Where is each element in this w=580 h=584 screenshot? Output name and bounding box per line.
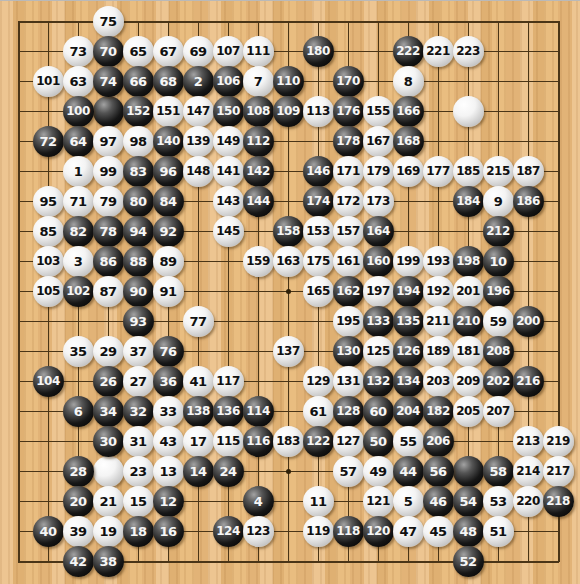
black-stone-move-170[interactable]: 170 [333,66,364,97]
white-stone-move-139[interactable]: 139 [183,126,214,157]
white-stone-move-213[interactable]: 213 [513,426,544,457]
black-stone-move-6[interactable]: 6 [63,396,94,427]
white-stone-move-23[interactable]: 23 [123,456,154,487]
black-stone-move-198[interactable]: 198 [453,246,484,277]
white-stone-move-149[interactable]: 149 [213,126,244,157]
black-stone-move-52[interactable]: 52 [453,546,484,577]
black-stone-move-186[interactable]: 186 [513,186,544,217]
black-stone-move-4[interactable]: 4 [243,486,274,517]
white-stone-move-9[interactable]: 9 [483,186,514,217]
white-stone-move-103[interactable]: 103 [33,246,64,277]
white-stone-move-39[interactable]: 39 [63,516,94,547]
black-stone-move-110[interactable]: 110 [273,66,304,97]
white-stone-move-73[interactable]: 73 [63,36,94,67]
black-stone-move-10[interactable]: 10 [483,246,514,277]
white-stone-move-197[interactable]: 197 [363,276,394,307]
white-stone-move-75[interactable]: 75 [93,6,124,37]
black-stone-move-2[interactable]: 2 [183,66,214,97]
black-stone-move-80[interactable]: 80 [123,186,154,217]
white-stone-move-121[interactable]: 121 [363,486,394,517]
black-stone-move-83[interactable]: 83 [123,156,154,187]
black-stone-move-54[interactable]: 54 [453,486,484,517]
white-stone-move-137[interactable]: 137 [273,336,304,367]
white-stone-move-99[interactable]: 99 [93,156,124,187]
black-stone-move-180[interactable]: 180 [303,36,334,67]
white-stone-move-95[interactable]: 95 [33,186,64,217]
white-stone-move-143[interactable]: 143 [213,186,244,217]
white-stone-move-223[interactable]: 223 [453,36,484,67]
black-stone-move-194[interactable]: 194 [393,276,424,307]
black-stone-move-40[interactable]: 40 [33,516,64,547]
black-stone-move-138[interactable]: 138 [183,396,214,427]
white-stone-move-217[interactable]: 217 [543,456,574,487]
white-stone-move-115[interactable]: 115 [213,426,244,457]
white-stone-move-220[interactable]: 220 [513,486,544,517]
white-stone-move-59[interactable]: 59 [483,306,514,337]
white-stone-move-55[interactable]: 55 [393,426,424,457]
black-stone-move-124[interactable]: 124 [213,516,244,547]
white-stone-move-192[interactable]: 192 [423,276,454,307]
black-stone-move-72[interactable]: 72 [33,126,64,157]
black-stone-move-128[interactable]: 128 [333,396,364,427]
black-stone-move-146[interactable]: 146 [303,156,334,187]
white-stone-move-153[interactable]: 153 [303,216,334,247]
black-stone-move-118[interactable]: 118 [333,516,364,547]
black-stone-move-108[interactable]: 108 [243,96,274,127]
black-stone-setup[interactable] [453,456,484,487]
black-stone-move-14[interactable]: 14 [183,456,214,487]
white-stone-move-33[interactable]: 33 [153,396,184,427]
white-stone-move-113[interactable]: 113 [303,96,334,127]
go-board-screenshot: 7573706567691071111802222212231016374666… [0,0,580,584]
white-stone-move-3[interactable]: 3 [63,246,94,277]
black-stone-move-200[interactable]: 200 [513,306,544,337]
white-stone-move-181[interactable]: 181 [453,336,484,367]
white-stone-move-189[interactable]: 189 [423,336,454,367]
black-stone-move-212[interactable]: 212 [483,216,514,247]
white-stone-move-53[interactable]: 53 [483,486,514,517]
white-stone-move-155[interactable]: 155 [363,96,394,127]
white-stone-move-141[interactable]: 141 [213,156,244,187]
white-stone-move-187[interactable]: 187 [513,156,544,187]
white-stone-move-97[interactable]: 97 [93,126,124,157]
black-stone-move-38[interactable]: 38 [93,546,124,577]
star-point [286,469,291,474]
white-stone-move-71[interactable]: 71 [63,186,94,217]
white-stone-move-29[interactable]: 29 [93,336,124,367]
black-stone-move-100[interactable]: 100 [63,96,94,127]
white-stone-move-165[interactable]: 165 [303,276,334,307]
white-stone-move-205[interactable]: 205 [453,396,484,427]
white-stone-move-13[interactable]: 13 [153,456,184,487]
white-stone-move-91[interactable]: 91 [153,276,184,307]
white-stone-move-85[interactable]: 85 [33,216,64,247]
white-stone-move-69[interactable]: 69 [183,36,214,67]
black-stone-move-114[interactable]: 114 [243,396,274,427]
black-stone-move-178[interactable]: 178 [333,126,364,157]
black-stone-move-48[interactable]: 48 [453,516,484,547]
white-stone-move-35[interactable]: 35 [63,336,94,367]
black-stone-move-76[interactable]: 76 [153,336,184,367]
white-stone-move-183[interactable]: 183 [273,426,304,457]
white-stone-move-171[interactable]: 171 [333,156,364,187]
black-stone-move-42[interactable]: 42 [63,546,94,577]
black-stone-move-122[interactable]: 122 [303,426,334,457]
black-stone-move-196[interactable]: 196 [483,276,514,307]
black-stone-move-222[interactable]: 222 [393,36,424,67]
white-stone-setup[interactable] [93,456,124,487]
white-stone-move-67[interactable]: 67 [153,36,184,67]
black-stone-move-36[interactable]: 36 [153,366,184,397]
black-stone-move-135[interactable]: 135 [393,306,424,337]
white-stone-move-89[interactable]: 89 [153,246,184,277]
white-stone-move-161[interactable]: 161 [333,246,364,277]
white-stone-move-195[interactable]: 195 [333,306,364,337]
black-stone-move-152[interactable]: 152 [123,96,154,127]
white-stone-move-169[interactable]: 169 [393,156,424,187]
black-stone-move-78[interactable]: 78 [93,216,124,247]
black-stone-setup[interactable] [93,96,124,127]
black-stone-move-88[interactable]: 88 [123,246,154,277]
white-stone-move-49[interactable]: 49 [363,456,394,487]
black-stone-move-206[interactable]: 206 [423,426,454,457]
white-stone-move-203[interactable]: 203 [423,366,454,397]
white-stone-move-211[interactable]: 211 [423,306,454,337]
white-stone-move-11[interactable]: 11 [303,486,334,517]
black-stone-move-109[interactable]: 109 [273,96,304,127]
black-stone-move-208[interactable]: 208 [483,336,514,367]
white-stone-move-87[interactable]: 87 [93,276,124,307]
white-stone-move-172[interactable]: 172 [333,186,364,217]
black-stone-move-58[interactable]: 58 [483,456,514,487]
black-stone-move-116[interactable]: 116 [243,426,274,457]
black-stone-move-50[interactable]: 50 [363,426,394,457]
white-stone-move-207[interactable]: 207 [483,396,514,427]
black-stone-move-20[interactable]: 20 [63,486,94,517]
black-stone-move-60[interactable]: 60 [363,396,394,427]
white-stone-move-21[interactable]: 21 [93,486,124,517]
black-stone-move-16[interactable]: 16 [153,516,184,547]
black-stone-move-168[interactable]: 168 [393,126,424,157]
white-stone-move-5[interactable]: 5 [393,486,424,517]
white-stone-move-27[interactable]: 27 [123,366,154,397]
black-stone-move-132[interactable]: 132 [363,366,394,397]
black-stone-move-94[interactable]: 94 [123,216,154,247]
white-stone-move-47[interactable]: 47 [393,516,424,547]
black-stone-move-104[interactable]: 104 [33,366,64,397]
black-stone-move-176[interactable]: 176 [333,96,364,127]
white-stone-move-123[interactable]: 123 [243,516,274,547]
white-stone-move-7[interactable]: 7 [243,66,274,97]
white-stone-move-193[interactable]: 193 [423,246,454,277]
white-stone-move-17[interactable]: 17 [183,426,214,457]
black-stone-move-86[interactable]: 86 [93,246,124,277]
black-stone-move-164[interactable]: 164 [363,216,394,247]
black-stone-move-26[interactable]: 26 [93,366,124,397]
black-stone-move-142[interactable]: 142 [243,156,274,187]
white-stone-move-219[interactable]: 219 [543,426,574,457]
white-stone-move-119[interactable]: 119 [303,516,334,547]
white-stone-move-131[interactable]: 131 [333,366,364,397]
white-stone-move-43[interactable]: 43 [153,426,184,457]
black-stone-move-90[interactable]: 90 [123,276,154,307]
white-stone-move-173[interactable]: 173 [363,186,394,217]
white-stone-move-15[interactable]: 15 [123,486,154,517]
black-stone-move-166[interactable]: 166 [393,96,424,127]
white-stone-move-8[interactable]: 8 [393,66,424,97]
white-stone-move-111[interactable]: 111 [243,36,274,67]
black-stone-move-144[interactable]: 144 [243,186,274,217]
white-stone-move-179[interactable]: 179 [363,156,394,187]
white-stone-move-145[interactable]: 145 [213,216,244,247]
white-stone-move-177[interactable]: 177 [423,156,454,187]
black-stone-move-218[interactable]: 218 [543,486,574,517]
black-stone-move-92[interactable]: 92 [153,216,184,247]
white-stone-move-98[interactable]: 98 [123,126,154,157]
white-stone-move-1[interactable]: 1 [63,156,94,187]
white-stone-move-105[interactable]: 105 [33,276,64,307]
black-stone-move-162[interactable]: 162 [333,276,364,307]
white-stone-move-147[interactable]: 147 [183,96,214,127]
black-stone-move-106[interactable]: 106 [213,66,244,97]
white-stone-move-125[interactable]: 125 [363,336,394,367]
white-stone-move-175[interactable]: 175 [303,246,334,277]
black-stone-move-120[interactable]: 120 [363,516,394,547]
black-stone-move-34[interactable]: 34 [93,396,124,427]
white-stone-move-151[interactable]: 151 [153,96,184,127]
black-stone-move-204[interactable]: 204 [393,396,424,427]
black-stone-move-182[interactable]: 182 [423,396,454,427]
black-stone-move-28[interactable]: 28 [63,456,94,487]
white-stone-move-65[interactable]: 65 [123,36,154,67]
white-stone-move-117[interactable]: 117 [213,366,244,397]
white-stone-move-61[interactable]: 61 [303,396,334,427]
white-stone-move-199[interactable]: 199 [393,246,424,277]
white-stone-move-201[interactable]: 201 [453,276,484,307]
black-stone-move-32[interactable]: 32 [123,396,154,427]
black-stone-move-30[interactable]: 30 [93,426,124,457]
white-stone-move-159[interactable]: 159 [243,246,274,277]
black-stone-move-158[interactable]: 158 [273,216,304,247]
black-stone-move-136[interactable]: 136 [213,396,244,427]
white-stone-move-215[interactable]: 215 [483,156,514,187]
black-stone-move-140[interactable]: 140 [153,126,184,157]
black-stone-move-102[interactable]: 102 [63,276,94,307]
black-stone-move-84[interactable]: 84 [153,186,184,217]
black-stone-move-44[interactable]: 44 [393,456,424,487]
white-stone-move-77[interactable]: 77 [183,306,214,337]
black-stone-move-74[interactable]: 74 [93,66,124,97]
white-stone-move-129[interactable]: 129 [303,366,334,397]
white-stone-move-157[interactable]: 157 [333,216,364,247]
white-stone-move-63[interactable]: 63 [63,66,94,97]
star-point [286,289,291,294]
black-stone-move-66[interactable]: 66 [123,66,154,97]
white-stone-move-209[interactable]: 209 [453,366,484,397]
black-stone-move-174[interactable]: 174 [303,186,334,217]
white-stone-move-41[interactable]: 41 [183,366,214,397]
black-stone-move-210[interactable]: 210 [453,306,484,337]
black-stone-move-150[interactable]: 150 [213,96,244,127]
white-stone-move-57[interactable]: 57 [333,456,364,487]
white-stone-move-167[interactable]: 167 [363,126,394,157]
black-stone-move-96[interactable]: 96 [153,156,184,187]
white-stone-move-79[interactable]: 79 [93,186,124,217]
black-stone-move-130[interactable]: 130 [333,336,364,367]
white-stone-setup[interactable] [453,96,484,127]
black-stone-move-82[interactable]: 82 [63,216,94,247]
black-stone-move-126[interactable]: 126 [393,336,424,367]
white-stone-move-127[interactable]: 127 [333,426,364,457]
black-stone-move-184[interactable]: 184 [453,186,484,217]
black-stone-move-133[interactable]: 133 [363,306,394,337]
black-stone-move-64[interactable]: 64 [63,126,94,157]
white-stone-move-51[interactable]: 51 [483,516,514,547]
white-stone-move-214[interactable]: 214 [513,456,544,487]
white-stone-move-31[interactable]: 31 [123,426,154,457]
black-stone-move-134[interactable]: 134 [393,366,424,397]
white-stone-move-163[interactable]: 163 [273,246,304,277]
black-stone-move-18[interactable]: 18 [123,516,154,547]
black-stone-move-160[interactable]: 160 [363,246,394,277]
black-stone-move-93[interactable]: 93 [123,306,154,337]
black-stone-move-56[interactable]: 56 [423,456,454,487]
black-stone-move-70[interactable]: 70 [93,36,124,67]
black-stone-move-112[interactable]: 112 [243,126,274,157]
black-stone-move-46[interactable]: 46 [423,486,454,517]
black-stone-move-68[interactable]: 68 [153,66,184,97]
white-stone-move-101[interactable]: 101 [33,66,64,97]
white-stone-move-37[interactable]: 37 [123,336,154,367]
black-stone-move-216[interactable]: 216 [513,366,544,397]
white-stone-move-221[interactable]: 221 [423,36,454,67]
white-stone-move-19[interactable]: 19 [93,516,124,547]
black-stone-move-12[interactable]: 12 [153,486,184,517]
black-stone-move-202[interactable]: 202 [483,366,514,397]
white-stone-move-185[interactable]: 185 [453,156,484,187]
white-stone-move-148[interactable]: 148 [183,156,214,187]
white-stone-move-107[interactable]: 107 [213,36,244,67]
black-stone-move-24[interactable]: 24 [213,456,244,487]
white-stone-move-45[interactable]: 45 [423,516,454,547]
